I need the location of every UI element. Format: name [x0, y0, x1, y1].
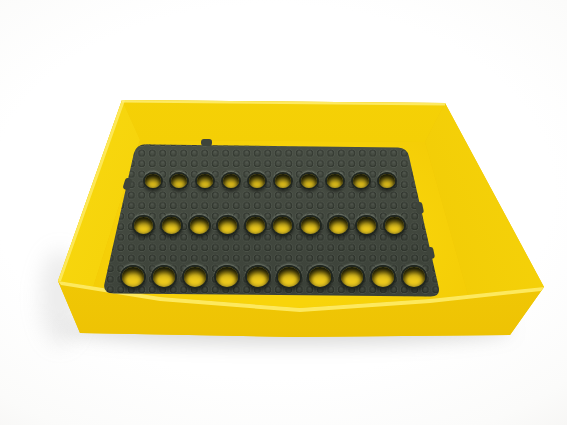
hole[interactable]	[355, 215, 378, 236]
hole[interactable]	[169, 172, 189, 190]
hole[interactable]	[339, 265, 365, 289]
hole[interactable]	[160, 215, 183, 236]
hole[interactable]	[273, 172, 293, 190]
hole[interactable]	[247, 172, 267, 190]
hole[interactable]	[151, 265, 177, 289]
hole[interactable]	[299, 172, 319, 190]
hole[interactable]	[216, 215, 239, 236]
hole[interactable]	[307, 265, 333, 289]
hole[interactable]	[276, 265, 302, 289]
hole[interactable]	[132, 215, 155, 236]
hole[interactable]	[120, 265, 146, 289]
hole[interactable]	[327, 215, 350, 236]
hole[interactable]	[244, 215, 267, 236]
hole[interactable]	[182, 265, 208, 289]
hole[interactable]	[188, 215, 211, 236]
hole[interactable]	[271, 215, 294, 236]
hole-row-front	[120, 263, 427, 290]
hole[interactable]	[143, 172, 163, 190]
hole[interactable]	[195, 172, 215, 190]
hole[interactable]	[401, 265, 427, 289]
hole[interactable]	[351, 172, 371, 190]
hole[interactable]	[214, 265, 240, 289]
hole-row-middle	[132, 213, 406, 237]
hole[interactable]	[299, 215, 322, 236]
hole-row-back	[143, 170, 397, 192]
hole[interactable]	[245, 265, 271, 289]
insert-tab	[201, 139, 212, 146]
hole[interactable]	[383, 215, 406, 236]
hole[interactable]	[370, 265, 396, 289]
photo-stage	[0, 0, 567, 425]
hole[interactable]	[221, 172, 241, 190]
hole[interactable]	[325, 172, 345, 190]
hole[interactable]	[377, 172, 397, 190]
